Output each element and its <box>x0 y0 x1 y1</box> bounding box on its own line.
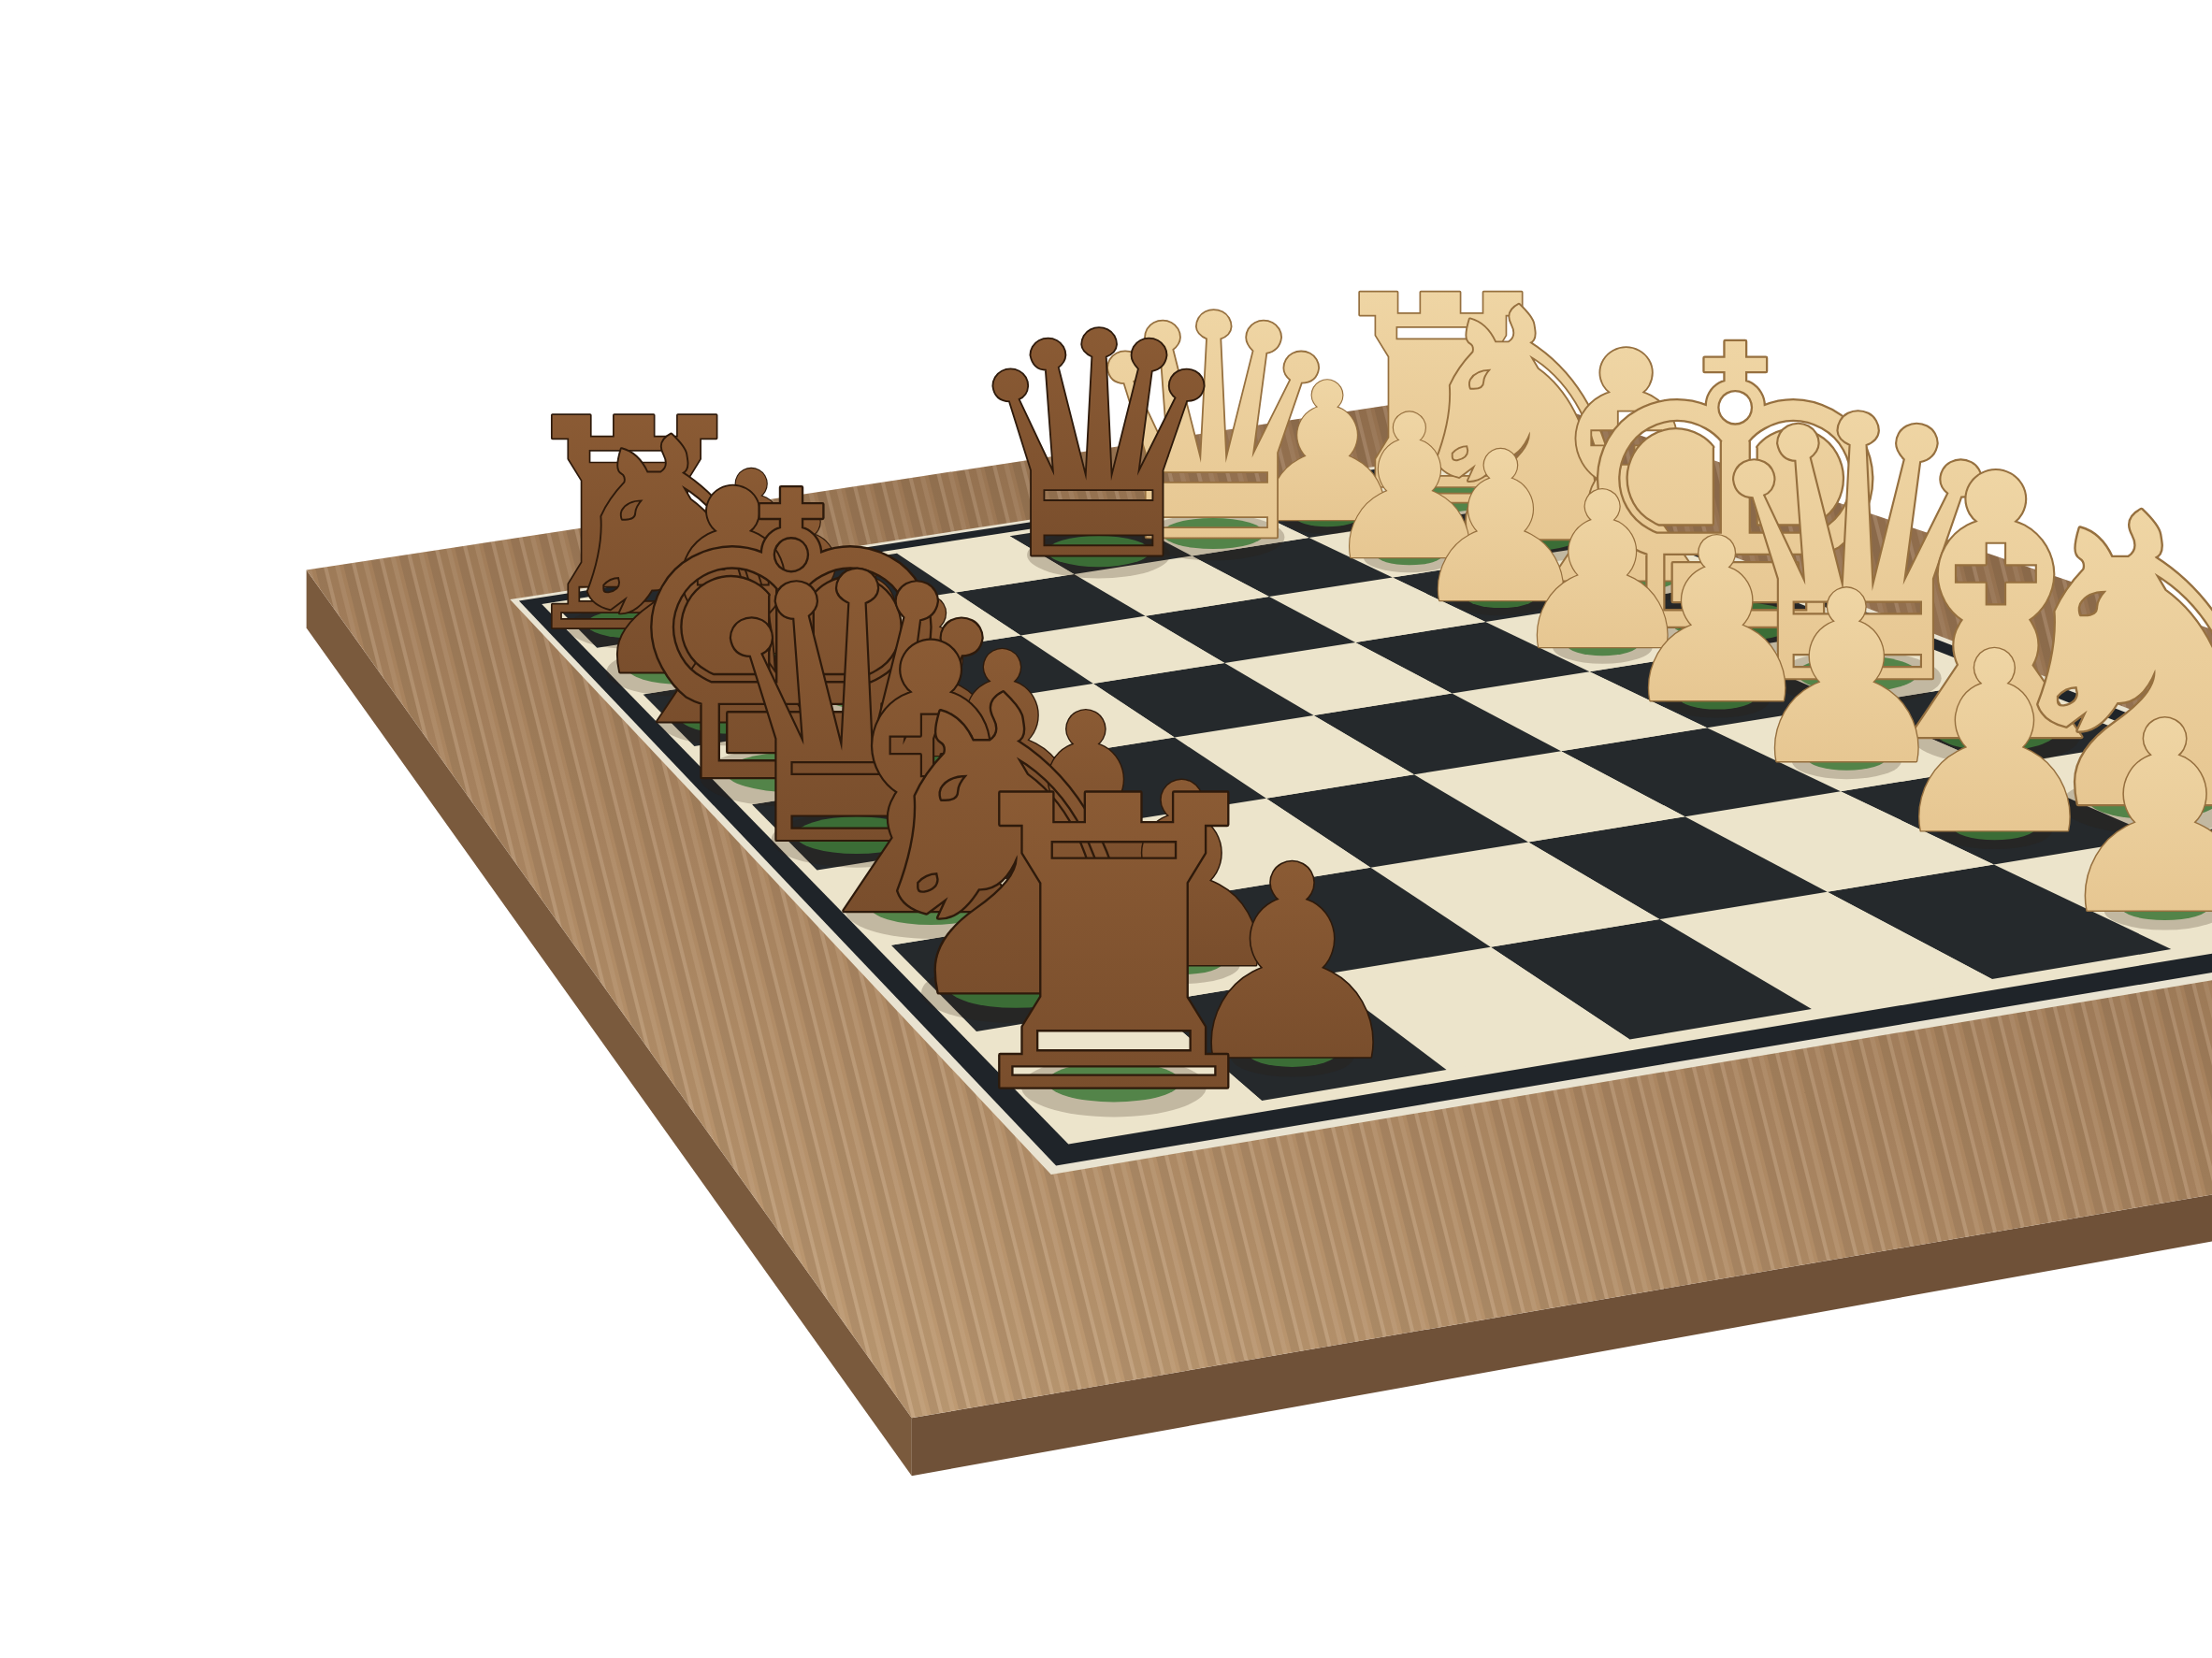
chess-set-product-photo: ♜♟♛♞♛♟♝♟♟♚♜♟♟♞♛♟♟♝♝♟♟♚♞♟♟♛♜♟♟♝♟♞♟♜ <box>0 0 2212 1658</box>
chess-board: ♜♟♛♞♛♟♝♟♟♚♜♟♟♞♛♟♟♝♝♟♟♚♞♟♟♛♜♟♟♝♟♞♟♜ <box>0 0 2212 1658</box>
piece-black-rook-a8: ♜ <box>933 713 1294 1182</box>
piece-white-pawn-a2: ♟ <box>2046 665 2212 973</box>
